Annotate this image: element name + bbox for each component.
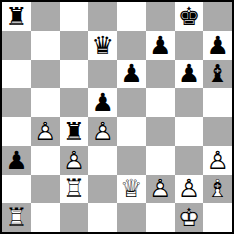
square-a1[interactable]: ♜♖ [2,203,31,232]
square-c4[interactable]: ♜ [60,117,89,146]
square-e8[interactable] [117,2,146,31]
piece-glyph-fill: ♝ [206,61,228,86]
square-e7[interactable] [117,31,146,60]
piece-white-pawn[interactable]: ♟♙ [178,176,200,201]
square-d2[interactable] [88,175,117,204]
piece-black-pawn[interactable]: ♟ [149,33,171,58]
square-e1[interactable] [117,203,146,232]
square-b2[interactable] [31,175,60,204]
piece-glyph-fill: ♟ [178,61,200,86]
piece-glyph-fill: ♟ [5,148,27,173]
piece-glyph-outline: ♗ [206,176,228,201]
square-f7[interactable]: ♟ [146,31,175,60]
square-a3[interactable]: ♟ [2,146,31,175]
piece-glyph-outline: ♙ [63,148,85,173]
square-a7[interactable] [2,31,31,60]
square-b7[interactable] [31,31,60,60]
square-g2[interactable]: ♟♙ [175,175,204,204]
piece-black-bishop[interactable]: ♝ [206,61,228,86]
square-b4[interactable]: ♟♙ [31,117,60,146]
square-e2[interactable]: ♛♕ [117,175,146,204]
square-b6[interactable] [31,60,60,89]
square-g5[interactable] [175,88,204,117]
square-b1[interactable] [31,203,60,232]
square-h3[interactable]: ♟♙ [203,146,232,175]
square-e6[interactable]: ♟ [117,60,146,89]
piece-black-rook[interactable]: ♜ [5,4,27,29]
piece-glyph-fill: ♜ [5,4,27,29]
square-d8[interactable] [88,2,117,31]
piece-glyph-outline: ♙ [34,119,56,144]
piece-white-queen[interactable]: ♛♕ [120,176,142,201]
piece-white-king[interactable]: ♚♔ [178,205,200,230]
square-g3[interactable] [175,146,204,175]
square-f4[interactable] [146,117,175,146]
square-d6[interactable] [88,60,117,89]
piece-white-rook[interactable]: ♜♖ [5,205,27,230]
piece-black-pawn[interactable]: ♟ [178,61,200,86]
square-a8[interactable]: ♜ [2,2,31,31]
piece-glyph-outline: ♙ [149,176,171,201]
piece-glyph-fill: ♟ [120,61,142,86]
piece-glyph-outline: ♙ [206,148,228,173]
square-g6[interactable]: ♟ [175,60,204,89]
square-g7[interactable] [175,31,204,60]
square-h5[interactable] [203,88,232,117]
square-f1[interactable] [146,203,175,232]
square-c7[interactable] [60,31,89,60]
piece-white-pawn[interactable]: ♟♙ [206,148,228,173]
chess-board: ♜♚♛♟♟♟♟♝♟♟♙♜♟♙♟♟♙♟♙♜♖♛♕♟♙♟♙♝♗♜♖♚♔ [2,2,232,232]
square-f6[interactable] [146,60,175,89]
piece-glyph-outline: ♖ [63,176,85,201]
square-b8[interactable] [31,2,60,31]
square-c5[interactable] [60,88,89,117]
piece-white-pawn[interactable]: ♟♙ [34,119,56,144]
square-d5[interactable]: ♟ [88,88,117,117]
piece-glyph-fill: ♟ [91,90,113,115]
piece-black-pawn[interactable]: ♟ [91,90,113,115]
square-f2[interactable]: ♟♙ [146,175,175,204]
piece-black-pawn[interactable]: ♟ [120,61,142,86]
piece-black-pawn[interactable]: ♟ [206,33,228,58]
square-e4[interactable] [117,117,146,146]
piece-glyph-outline: ♔ [178,205,200,230]
square-b3[interactable] [31,146,60,175]
square-c2[interactable]: ♜♖ [60,175,89,204]
square-b5[interactable] [31,88,60,117]
square-h2[interactable]: ♝♗ [203,175,232,204]
piece-white-pawn[interactable]: ♟♙ [91,119,113,144]
piece-white-bishop[interactable]: ♝♗ [206,176,228,201]
square-g8[interactable]: ♚ [175,2,204,31]
square-h4[interactable] [203,117,232,146]
piece-glyph-outline: ♖ [5,205,27,230]
square-h7[interactable]: ♟ [203,31,232,60]
square-c6[interactable] [60,60,89,89]
square-f8[interactable] [146,2,175,31]
piece-glyph-outline: ♙ [91,119,113,144]
square-h8[interactable] [203,2,232,31]
square-d3[interactable] [88,146,117,175]
square-g4[interactable] [175,117,204,146]
piece-white-pawn[interactable]: ♟♙ [149,176,171,201]
piece-white-pawn[interactable]: ♟♙ [63,148,85,173]
square-a4[interactable] [2,117,31,146]
square-e5[interactable] [117,88,146,117]
board-frame: ♜♚♛♟♟♟♟♝♟♟♙♜♟♙♟♟♙♟♙♜♖♛♕♟♙♟♙♝♗♜♖♚♔ [0,0,234,234]
piece-black-rook[interactable]: ♜ [63,119,85,144]
square-f5[interactable] [146,88,175,117]
square-h6[interactable]: ♝ [203,60,232,89]
square-d7[interactable]: ♛ [88,31,117,60]
square-d1[interactable] [88,203,117,232]
piece-black-queen[interactable]: ♛ [91,33,113,58]
piece-glyph-fill: ♚ [178,4,200,29]
piece-glyph-fill: ♛ [91,33,113,58]
square-a5[interactable] [2,88,31,117]
square-f3[interactable] [146,146,175,175]
piece-glyph-fill: ♜ [63,119,85,144]
square-c3[interactable]: ♟♙ [60,146,89,175]
piece-glyph-outline: ♕ [120,176,142,201]
piece-white-rook[interactable]: ♜♖ [63,176,85,201]
square-d4[interactable]: ♟♙ [88,117,117,146]
piece-black-pawn[interactable]: ♟ [5,148,27,173]
piece-glyph-fill: ♟ [206,33,228,58]
piece-black-king[interactable]: ♚ [178,4,200,29]
square-g1[interactable]: ♚♔ [175,203,204,232]
square-a2[interactable] [2,175,31,204]
piece-glyph-fill: ♟ [149,33,171,58]
square-c8[interactable] [60,2,89,31]
square-h1[interactable] [203,203,232,232]
square-c1[interactable] [60,203,89,232]
square-e3[interactable] [117,146,146,175]
piece-glyph-outline: ♙ [178,176,200,201]
square-a6[interactable] [2,60,31,89]
